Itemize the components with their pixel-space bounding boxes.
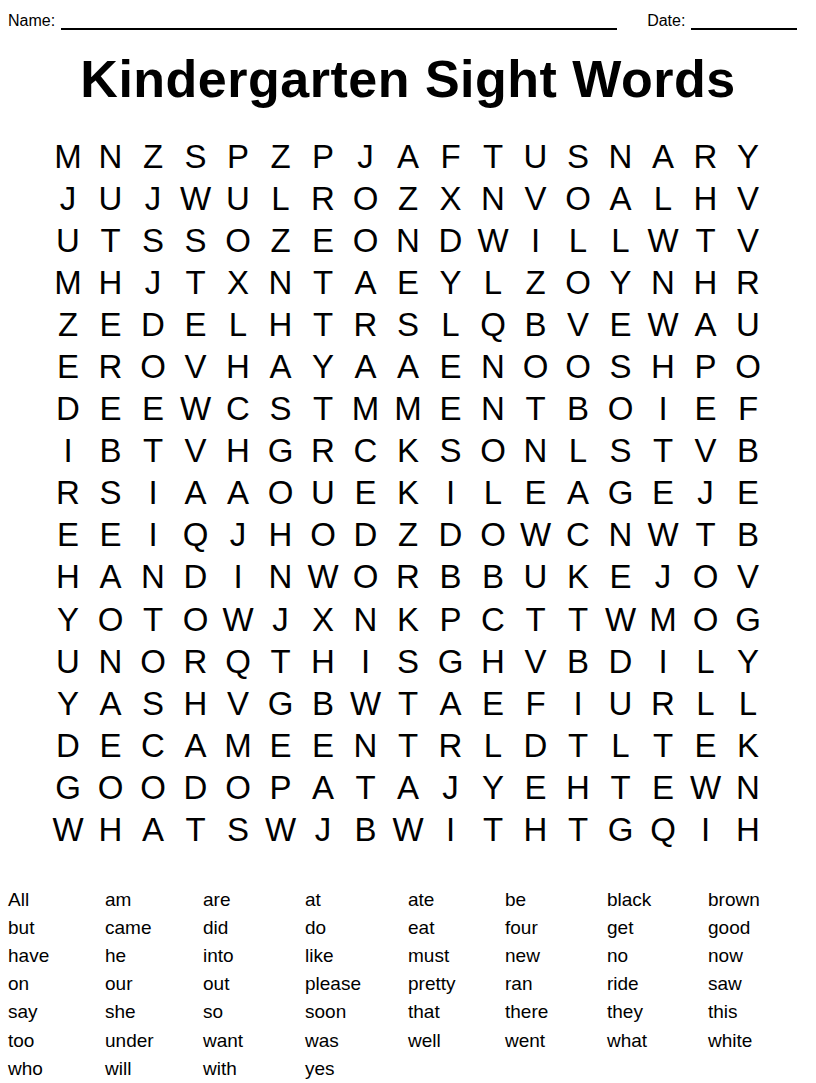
grid-cell[interactable]: U [599,682,642,724]
grid-cell[interactable]: E [89,514,132,556]
grid-cell[interactable]: Z [387,177,430,219]
grid-cell[interactable]: B [557,640,600,682]
grid-cell[interactable]: S [387,303,430,345]
grid-cell[interactable]: N [472,345,515,387]
grid-cell[interactable]: D [599,640,642,682]
grid-cell[interactable]: N [727,766,770,808]
grid-cell[interactable]: T [89,219,132,261]
grid-cell[interactable]: S [599,430,642,472]
grid-cell[interactable]: B [89,430,132,472]
grid-cell[interactable]: V [727,556,770,598]
grid-cell[interactable]: A [217,472,260,514]
grid-cell[interactable]: R [174,640,217,682]
grid-cell[interactable]: T [387,724,430,766]
grid-cell[interactable]: A [387,766,430,808]
grid-cell[interactable]: L [259,177,302,219]
grid-cell[interactable]: G [47,766,90,808]
grid-cell[interactable]: A [132,809,175,851]
grid-cell[interactable]: O [557,261,600,303]
grid-cell[interactable]: J [132,177,175,219]
grid-cell[interactable]: O [684,556,727,598]
grid-cell[interactable]: U [514,556,557,598]
grid-cell[interactable]: A [89,556,132,598]
grid-cell[interactable]: T [599,766,642,808]
grid-cell[interactable]: I [217,556,260,598]
grid-cell[interactable]: T [302,388,345,430]
grid-cell[interactable]: T [302,261,345,303]
name-input-line[interactable] [61,14,617,30]
grid-cell[interactable]: Y [302,345,345,387]
grid-cell[interactable]: N [132,556,175,598]
grid-cell[interactable]: V [727,219,770,261]
grid-cell[interactable]: N [472,177,515,219]
grid-cell[interactable]: W [387,809,430,851]
word-item: on [8,970,105,998]
grid-cell[interactable]: U [47,219,90,261]
grid-cell[interactable]: E [429,345,472,387]
grid-cell[interactable]: R [302,177,345,219]
grid-cell[interactable]: H [47,556,90,598]
grid-cell[interactable]: J [642,556,685,598]
grid-cell[interactable]: N [259,261,302,303]
grid-cell[interactable]: T [259,640,302,682]
grid-cell[interactable]: L [599,219,642,261]
grid-cell[interactable]: T [302,303,345,345]
grid-cell[interactable]: N [387,219,430,261]
grid-cell[interactable]: W [684,766,727,808]
grid-cell[interactable]: O [472,430,515,472]
grid-cell[interactable]: O [217,219,260,261]
grid-cell[interactable]: C [344,430,387,472]
grid-cell[interactable]: J [259,598,302,640]
grid-cell[interactable]: D [514,724,557,766]
grid-cell[interactable]: H [217,430,260,472]
grid-cell[interactable]: E [599,303,642,345]
grid-cell[interactable]: D [132,303,175,345]
grid-cell[interactable]: T [472,809,515,851]
grid-cell[interactable]: S [217,809,260,851]
grid-cell[interactable]: W [642,514,685,556]
grid-cell[interactable]: T [174,261,217,303]
grid-cell[interactable]: B [344,809,387,851]
grid-cell[interactable]: S [387,640,430,682]
grid-cell[interactable]: E [642,766,685,808]
grid-cell[interactable]: E [47,345,90,387]
word-item: want [203,1027,305,1055]
grid-cell[interactable]: H [557,766,600,808]
grid-cell[interactable]: S [259,388,302,430]
grid-cell[interactable]: C [472,598,515,640]
grid-cell[interactable]: T [344,766,387,808]
grid-cell[interactable]: O [599,388,642,430]
grid-cell[interactable]: W [174,177,217,219]
grid-cell[interactable]: I [47,430,90,472]
grid-cell[interactable]: E [89,724,132,766]
grid-cell[interactable]: S [174,219,217,261]
grid-cell[interactable]: J [132,261,175,303]
grid-cell[interactable]: N [599,135,642,177]
grid-cell[interactable]: I [429,809,472,851]
grid-cell[interactable]: T [514,388,557,430]
grid-cell[interactable]: T [557,598,600,640]
grid-cell[interactable]: R [344,303,387,345]
grid-cell[interactable]: W [344,682,387,724]
grid-cell[interactable]: Z [259,219,302,261]
grid-cell[interactable]: W [642,303,685,345]
grid-cell[interactable]: P [259,766,302,808]
grid-cell[interactable]: N [344,598,387,640]
grid-cell[interactable]: J [47,177,90,219]
grid-cell[interactable]: E [514,766,557,808]
grid-cell[interactable]: U [217,177,260,219]
grid-cell[interactable]: A [89,682,132,724]
grid-cell[interactable]: R [727,261,770,303]
grid-cell[interactable]: Z [387,514,430,556]
grid-cell[interactable]: D [47,724,90,766]
grid-cell[interactable]: E [727,472,770,514]
grid-cell[interactable]: E [387,261,430,303]
grid-cell[interactable]: Q [174,514,217,556]
grid-cell[interactable]: U [302,472,345,514]
grid-cell[interactable]: E [174,303,217,345]
grid-cell[interactable]: L [557,430,600,472]
grid-cell[interactable]: H [259,514,302,556]
grid-cell[interactable]: Y [429,261,472,303]
grid-cell[interactable]: E [132,388,175,430]
grid-cell[interactable]: E [642,472,685,514]
grid-cell[interactable]: G [727,598,770,640]
grid-cell[interactable]: I [344,640,387,682]
grid-cell[interactable]: H [174,682,217,724]
grid-cell[interactable]: L [599,724,642,766]
grid-cell[interactable]: F [514,682,557,724]
grid-cell[interactable]: O [132,640,175,682]
grid-cell[interactable]: S [174,135,217,177]
grid-cell[interactable]: A [174,724,217,766]
grid-cell[interactable]: W [259,809,302,851]
grid-cell[interactable]: G [599,809,642,851]
grid-cell[interactable]: H [89,261,132,303]
grid-cell[interactable]: W [642,219,685,261]
grid-cell[interactable]: W [47,809,90,851]
grid-cell[interactable]: J [684,472,727,514]
grid-cell[interactable]: T [684,514,727,556]
grid-cell[interactable]: M [217,724,260,766]
grid-cell[interactable]: I [684,809,727,851]
grid-cell[interactable]: R [302,430,345,472]
date-label: Date: [647,12,685,30]
grid-cell[interactable]: A [684,303,727,345]
grid-cell[interactable]: Y [47,598,90,640]
grid-cell[interactable]: M [387,388,430,430]
grid-cell[interactable]: X [302,598,345,640]
grid-cell[interactable]: A [174,472,217,514]
grid-cell[interactable]: B [514,303,557,345]
grid-cell[interactable]: W [599,598,642,640]
grid-cell[interactable]: H [259,303,302,345]
date-input-line[interactable] [691,14,797,30]
grid-cell[interactable]: A [344,345,387,387]
grid-cell[interactable]: K [387,430,430,472]
grid-cell[interactable]: Z [514,261,557,303]
grid-cell[interactable]: S [557,135,600,177]
grid-cell[interactable]: D [174,556,217,598]
grid-cell[interactable]: C [217,388,260,430]
grid-cell[interactable]: Y [727,640,770,682]
grid-cell[interactable]: E [302,219,345,261]
grid-cell[interactable]: E [514,472,557,514]
grid-cell[interactable]: T [642,724,685,766]
grid-cell[interactable]: A [429,682,472,724]
grid-cell[interactable]: U [727,303,770,345]
grid-cell[interactable]: H [217,345,260,387]
grid-cell[interactable]: L [684,682,727,724]
grid-cell[interactable]: T [684,219,727,261]
grid-cell[interactable]: O [89,598,132,640]
grid-cell[interactable]: H [684,261,727,303]
grid-cell[interactable]: R [387,556,430,598]
grid-cell[interactable]: L [472,261,515,303]
grid-cell[interactable]: E [259,724,302,766]
grid-cell[interactable]: A [557,472,600,514]
grid-cell[interactable]: O [472,514,515,556]
grid-cell[interactable]: N [472,388,515,430]
grid-cell[interactable]: E [344,472,387,514]
grid-cell[interactable]: A [302,766,345,808]
grid-cell[interactable]: S [429,430,472,472]
grid-cell[interactable]: F [429,135,472,177]
grid-cell[interactable]: D [429,514,472,556]
grid-cell[interactable]: G [259,430,302,472]
grid-cell[interactable]: P [302,135,345,177]
grid-cell[interactable]: T [557,724,600,766]
grid-cell[interactable]: R [429,724,472,766]
grid-cell[interactable]: D [174,766,217,808]
grid-cell[interactable]: S [132,682,175,724]
grid-cell[interactable]: I [514,219,557,261]
grid-cell[interactable]: J [217,514,260,556]
grid-cell[interactable]: Q [642,809,685,851]
grid-cell[interactable]: D [344,514,387,556]
grid-cell[interactable]: R [89,345,132,387]
grid-cell[interactable]: C [557,514,600,556]
grid-cell[interactable]: H [472,640,515,682]
grid-cell[interactable]: O [727,345,770,387]
grid-cell[interactable]: N [642,261,685,303]
grid-cell[interactable]: I [132,472,175,514]
word-search-grid: MNZSPZPJAFTUSNARYJUJWULROZXNVOALHVUTSSOZ… [47,135,770,851]
grid-cell[interactable]: H [89,809,132,851]
grid-cell[interactable]: B [557,388,600,430]
grid-cell[interactable]: O [557,345,600,387]
grid-cell[interactable]: A [344,261,387,303]
grid-cell[interactable]: I [557,682,600,724]
grid-cell[interactable]: O [344,219,387,261]
word-item: four [505,914,607,942]
grid-cell[interactable]: B [727,430,770,472]
grid-cell[interactable]: P [217,135,260,177]
grid-cell[interactable]: G [429,640,472,682]
grid-cell[interactable]: O [132,345,175,387]
grid-cell[interactable]: N [89,135,132,177]
grid-cell[interactable]: V [684,430,727,472]
grid-cell[interactable]: Q [472,303,515,345]
grid-cell[interactable]: E [302,724,345,766]
grid-cell[interactable]: R [642,682,685,724]
grid-cell[interactable]: N [514,430,557,472]
grid-cell[interactable]: L [429,303,472,345]
grid-cell[interactable]: O [132,766,175,808]
grid-cell[interactable]: T [472,135,515,177]
grid-cell[interactable]: K [387,472,430,514]
grid-cell[interactable]: I [642,640,685,682]
word-item: well [408,1027,505,1055]
grid-cell[interactable]: I [132,514,175,556]
grid-cell[interactable]: P [429,598,472,640]
grid-cell[interactable]: O [89,766,132,808]
grid-cell[interactable]: W [514,514,557,556]
grid-cell[interactable]: V [727,177,770,219]
grid-cell[interactable]: E [47,514,90,556]
grid-cell[interactable]: T [642,430,685,472]
grid-cell[interactable]: T [557,809,600,851]
grid-cell[interactable]: G [259,682,302,724]
grid-cell[interactable]: E [599,556,642,598]
grid-cell[interactable]: J [302,809,345,851]
grid-cell[interactable]: A [599,177,642,219]
grid-cell[interactable]: A [259,345,302,387]
grid-cell[interactable]: K [727,724,770,766]
grid-cell[interactable]: Z [132,135,175,177]
grid-cell[interactable]: Z [259,135,302,177]
grid-cell[interactable]: B [727,514,770,556]
grid-cell[interactable]: A [387,135,430,177]
grid-cell[interactable]: M [344,388,387,430]
grid-cell[interactable]: H [514,809,557,851]
grid-cell[interactable]: T [387,682,430,724]
grid-cell[interactable]: B [302,682,345,724]
grid-cell[interactable]: L [472,724,515,766]
grid-cell[interactable]: N [344,724,387,766]
word-item: at [305,886,408,914]
grid-cell[interactable]: I [642,388,685,430]
grid-cell[interactable]: V [217,682,260,724]
grid-cell[interactable]: N [599,514,642,556]
grid-cell[interactable]: M [47,135,90,177]
grid-cell[interactable]: Y [727,135,770,177]
grid-cell[interactable]: Y [47,682,90,724]
grid-cell[interactable]: O [344,556,387,598]
grid-cell[interactable]: N [89,640,132,682]
grid-cell[interactable]: R [684,135,727,177]
grid-cell[interactable]: W [302,556,345,598]
grid-cell[interactable]: W [217,598,260,640]
grid-cell[interactable]: K [557,556,600,598]
grid-cell[interactable]: N [259,556,302,598]
grid-cell[interactable]: O [259,472,302,514]
grid-cell[interactable]: Y [472,766,515,808]
grid-cell[interactable]: B [429,556,472,598]
grid-cell[interactable]: G [599,472,642,514]
grid-cell[interactable]: Q [217,640,260,682]
grid-cell[interactable]: A [387,345,430,387]
grid-cell[interactable]: W [174,388,217,430]
grid-cell[interactable]: S [132,219,175,261]
grid-cell[interactable]: S [89,472,132,514]
grid-cell[interactable]: T [514,598,557,640]
grid-cell[interactable]: X [217,261,260,303]
grid-cell[interactable]: V [174,345,217,387]
word-item: they [607,998,708,1026]
grid-cell[interactable]: T [174,809,217,851]
grid-cell[interactable]: E [89,388,132,430]
grid-cell[interactable]: M [642,598,685,640]
grid-cell[interactable]: O [174,598,217,640]
grid-cell[interactable]: Y [599,261,642,303]
grid-cell[interactable]: X [429,177,472,219]
grid-cell[interactable]: O [344,177,387,219]
grid-cell[interactable]: L [557,219,600,261]
grid-cell[interactable]: V [557,303,600,345]
grid-cell[interactable]: Z [47,303,90,345]
grid-cell[interactable]: O [514,345,557,387]
grid-cell[interactable]: L [684,640,727,682]
grid-cell[interactable]: V [174,430,217,472]
grid-cell[interactable]: K [387,598,430,640]
grid-cell[interactable]: B [472,556,515,598]
grid-cell[interactable]: P [684,345,727,387]
word-item: ate [408,886,505,914]
grid-cell[interactable]: M [47,261,90,303]
grid-cell[interactable]: E [684,724,727,766]
grid-cell[interactable]: O [684,598,727,640]
grid-cell[interactable]: E [429,388,472,430]
grid-cell[interactable]: U [47,640,90,682]
grid-cell[interactable]: J [429,766,472,808]
grid-cell[interactable]: J [344,135,387,177]
grid-cell[interactable]: R [47,472,90,514]
grid-cell[interactable]: W [472,219,515,261]
grid-cell[interactable]: E [89,303,132,345]
grid-cell[interactable]: U [514,135,557,177]
grid-cell[interactable]: C [132,724,175,766]
grid-cell[interactable]: T [132,430,175,472]
grid-cell[interactable]: F [727,388,770,430]
grid-cell[interactable]: D [47,388,90,430]
grid-cell[interactable]: U [89,177,132,219]
grid-cell[interactable]: V [514,640,557,682]
grid-cell[interactable]: O [302,514,345,556]
grid-cell[interactable]: L [727,682,770,724]
grid-cell[interactable]: S [599,345,642,387]
grid-cell[interactable]: H [684,177,727,219]
grid-cell[interactable]: H [642,345,685,387]
grid-cell[interactable]: H [727,809,770,851]
grid-cell[interactable]: E [472,682,515,724]
grid-cell[interactable]: V [514,177,557,219]
grid-cell[interactable]: L [642,177,685,219]
grid-cell[interactable]: L [217,303,260,345]
grid-cell[interactable]: T [132,598,175,640]
grid-cell[interactable]: A [642,135,685,177]
grid-cell[interactable]: H [302,640,345,682]
grid-cell[interactable]: L [472,472,515,514]
grid-cell[interactable]: I [429,472,472,514]
grid-cell[interactable]: D [429,219,472,261]
grid-cell[interactable]: O [557,177,600,219]
grid-cell[interactable]: E [684,388,727,430]
grid-cell[interactable]: O [217,766,260,808]
